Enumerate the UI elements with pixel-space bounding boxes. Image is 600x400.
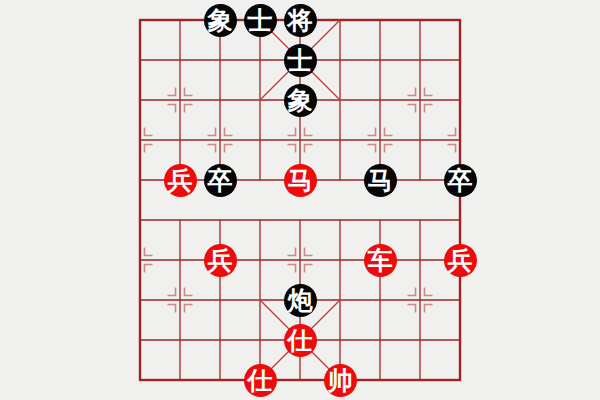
xiangqi-board: 象士将士象兵卒马马卒兵车兵炮仕仕帅 <box>0 0 600 400</box>
black-advisor[interactable]: 士 <box>244 4 277 37</box>
red-chariot[interactable]: 车 <box>364 244 397 277</box>
red-advisor[interactable]: 仕 <box>244 364 277 397</box>
red-soldier[interactable]: 兵 <box>204 244 237 277</box>
red-soldier[interactable]: 兵 <box>164 164 197 197</box>
black-horse[interactable]: 马 <box>364 164 397 197</box>
black-soldier[interactable]: 卒 <box>204 164 237 197</box>
red-soldier[interactable]: 兵 <box>444 244 477 277</box>
black-elephant[interactable]: 象 <box>204 4 237 37</box>
black-general[interactable]: 将 <box>284 4 317 37</box>
black-soldier[interactable]: 卒 <box>444 164 477 197</box>
red-general[interactable]: 帅 <box>324 364 357 397</box>
black-elephant[interactable]: 象 <box>284 84 317 117</box>
red-advisor[interactable]: 仕 <box>284 324 317 357</box>
black-cannon[interactable]: 炮 <box>284 284 317 317</box>
red-horse[interactable]: 马 <box>284 164 317 197</box>
black-advisor[interactable]: 士 <box>284 44 317 77</box>
